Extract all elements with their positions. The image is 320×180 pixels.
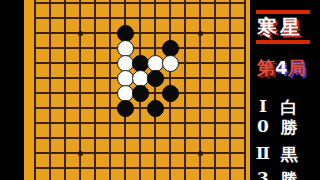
- black-side-label: 黒: [278, 143, 300, 166]
- info-panel: 寒星 第4局 Ⅰ 白 0 勝 Ⅱ 黒 3 勝: [250, 0, 320, 180]
- star-point: [198, 151, 203, 156]
- black-stone: [117, 100, 134, 117]
- grid-line-horizontal: [34, 167, 246, 169]
- grid-line-vertical: [214, 0, 216, 180]
- go-board[interactable]: [24, 0, 250, 180]
- black-stone: [147, 100, 164, 117]
- white-wins-count: 0: [252, 116, 274, 136]
- white-wins-tally: Ⅰ: [252, 96, 274, 116]
- star-point: [78, 31, 83, 36]
- screen: 寒星 第4局 Ⅰ 白 0 勝 Ⅱ 黒 3 勝: [0, 0, 320, 180]
- star-point: [198, 31, 203, 36]
- white-stone: [162, 55, 179, 72]
- grid-line-vertical: [244, 0, 246, 180]
- star-point: [78, 151, 83, 156]
- black-stone: [132, 85, 149, 102]
- black-stone: [162, 85, 179, 102]
- game-number-prefix: 第: [257, 57, 275, 78]
- red-rule-bottom: [256, 40, 310, 44]
- black-stone: [147, 70, 164, 87]
- game-number-value: 4: [275, 57, 288, 78]
- game-number-label: 第4局: [257, 58, 317, 78]
- white-win-kanji: 勝: [278, 116, 300, 139]
- black-wins-count: 3: [252, 168, 274, 180]
- red-rule-top: [256, 10, 310, 14]
- grid-line-vertical: [229, 0, 231, 180]
- black-wins-tally: Ⅱ: [252, 143, 274, 163]
- game-number-suffix: 局: [288, 57, 306, 78]
- overscan-bar-left: [0, 0, 24, 180]
- opening-name-label: 寒星: [257, 15, 313, 39]
- black-win-kanji: 勝: [278, 168, 300, 180]
